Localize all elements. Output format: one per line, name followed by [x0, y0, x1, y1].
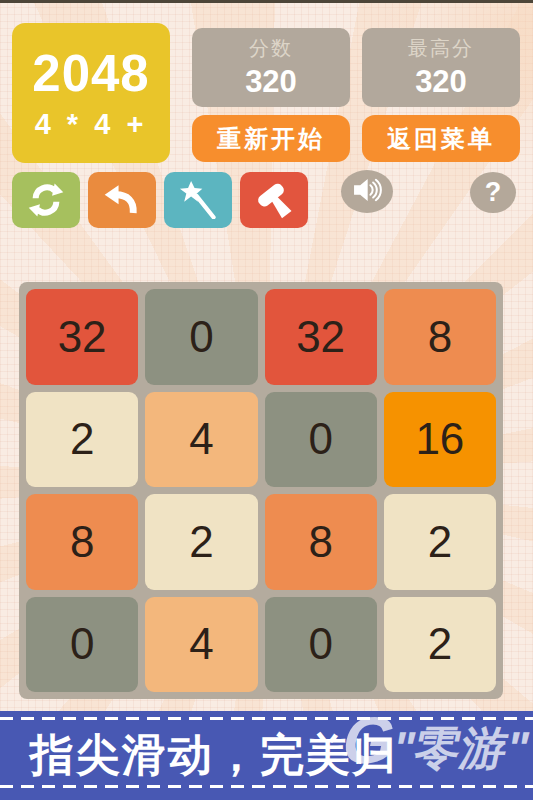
tile-r1c3[interactable]: 16: [384, 392, 496, 488]
hammer-icon: [255, 181, 293, 219]
tile-r3c0[interactable]: 0: [26, 597, 138, 693]
logo-title: 2048: [32, 48, 149, 99]
game-board[interactable]: 32 0 32 8 2 4 0 16 8 2 8 2 0 4 0 2: [19, 282, 503, 699]
site-watermark: G "零游": [337, 711, 533, 773]
tile-r0c2[interactable]: 32: [265, 289, 377, 385]
tile-r3c2[interactable]: 0: [265, 597, 377, 693]
tile-r1c2[interactable]: 0: [265, 392, 377, 488]
tile-r0c1[interactable]: 0: [145, 289, 257, 385]
magic-wand-icon: [179, 181, 217, 219]
score-label: 分数: [249, 35, 293, 62]
undo-button[interactable]: [88, 172, 156, 228]
logo-subtitle: 4 * 4 +: [35, 108, 148, 141]
best-score-label: 最高分: [408, 35, 474, 62]
promo-banner: 指尖滑动，完美归 G "零游": [0, 711, 533, 800]
help-button[interactable]: ?: [470, 172, 516, 213]
refresh-icon: [27, 181, 65, 219]
score-value: 320: [245, 64, 297, 100]
tile-r3c1[interactable]: 4: [145, 597, 257, 693]
tile-r1c0[interactable]: 2: [26, 392, 138, 488]
best-score-box: 最高分 320: [362, 28, 520, 107]
tile-r0c3[interactable]: 8: [384, 289, 496, 385]
tile-r2c1[interactable]: 2: [145, 494, 257, 590]
restart-button[interactable]: 重新开始: [192, 115, 350, 162]
game-logo: 2048 4 * 4 +: [12, 23, 170, 163]
score-box: 分数 320: [192, 28, 350, 107]
sound-toggle[interactable]: [341, 170, 393, 213]
speaker-icon: [351, 175, 383, 209]
tile-r1c1[interactable]: 4: [145, 392, 257, 488]
top-edge-strip: [0, 0, 533, 3]
tile-r2c2[interactable]: 8: [265, 494, 377, 590]
best-score-value: 320: [415, 64, 467, 100]
hammer-button[interactable]: [240, 172, 308, 228]
watermark-text: "零游": [389, 725, 533, 771]
question-mark-icon: ?: [485, 177, 502, 208]
back-to-menu-button[interactable]: 返回菜单: [362, 115, 520, 162]
tile-r3c3[interactable]: 2: [384, 597, 496, 693]
tile-r2c3[interactable]: 2: [384, 494, 496, 590]
magic-wand-button[interactable]: [164, 172, 232, 228]
tile-r2c0[interactable]: 8: [26, 494, 138, 590]
undo-icon: [103, 181, 141, 219]
tile-r0c0[interactable]: 32: [26, 289, 138, 385]
refresh-button[interactable]: [12, 172, 80, 228]
